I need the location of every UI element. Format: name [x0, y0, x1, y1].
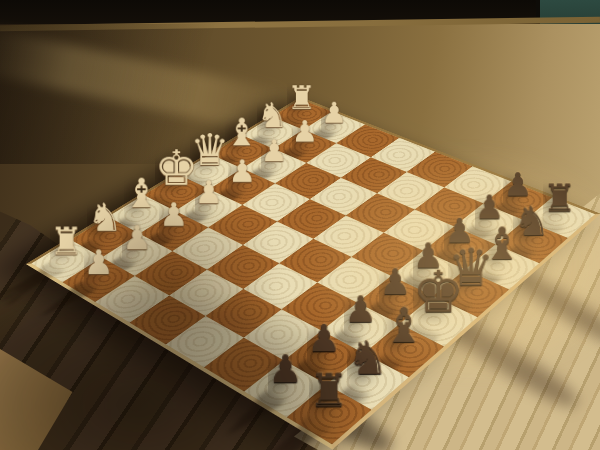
black-pawn[interactable]: ♟ — [307, 319, 341, 356]
black-pawn[interactable]: ♟ — [503, 168, 532, 200]
white-knight[interactable]: ♞ — [257, 97, 288, 132]
black-pawn[interactable]: ♟ — [268, 350, 303, 389]
black-pawn[interactable]: ♟ — [379, 264, 411, 300]
black-knight[interactable]: ♞ — [347, 334, 389, 381]
white-pawn[interactable]: ♟ — [261, 136, 288, 166]
board-perspective-wrap: ♜♜♟♟♟♟♜♜♞♞♟♟♟♟♞♞♝♝♟♟♟♟♝♝♛♛♟♟♟♟♛♛♚♚♟♟♟♟♚♚… — [0, 0, 600, 450]
chess-photo-scene: ♜♜♟♟♟♟♜♜♞♞♟♟♟♟♞♞♝♝♟♟♟♟♝♝♛♛♟♟♟♟♛♛♚♚♟♟♟♟♚♚… — [0, 0, 600, 450]
black-rook[interactable]: ♜ — [309, 368, 350, 414]
black-bishop[interactable]: ♝ — [383, 302, 426, 350]
white-pawn[interactable]: ♟ — [228, 156, 256, 187]
white-pawn[interactable]: ♟ — [159, 198, 188, 230]
white-pawn[interactable]: ♟ — [84, 245, 114, 279]
white-knight[interactable]: ♞ — [87, 198, 122, 237]
white-bishop[interactable]: ♝ — [225, 114, 259, 152]
black-pawn[interactable]: ♟ — [344, 291, 377, 327]
white-king[interactable]: ♚ — [155, 144, 199, 193]
white-pawn[interactable]: ♟ — [195, 177, 223, 208]
chess-board[interactable]: ♜♜♟♟♟♟♜♜♞♞♟♟♟♟♞♞♝♝♟♟♟♟♝♝♛♛♟♟♟♟♛♛♚♚♟♟♟♟♚♚… — [26, 97, 600, 450]
white-pawn[interactable]: ♟ — [321, 98, 347, 127]
white-bishop[interactable]: ♝ — [124, 174, 160, 214]
white-rook[interactable]: ♜ — [50, 222, 84, 260]
white-pawn[interactable]: ♟ — [122, 221, 152, 254]
white-rook[interactable]: ♜ — [287, 82, 316, 115]
white-pawn[interactable]: ♟ — [292, 117, 318, 146]
